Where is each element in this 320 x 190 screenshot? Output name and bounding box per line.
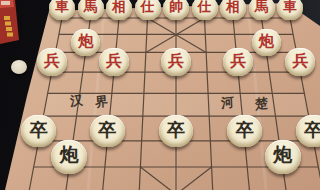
piece-red-soldier[interactable]: 兵 — [285, 48, 315, 76]
piece-black-soldier[interactable]: 卒 — [90, 115, 125, 147]
piece-black-soldier[interactable]: 卒 — [21, 115, 56, 147]
piece-red-cannon[interactable]: 炮 — [71, 29, 100, 56]
piece-red-soldier[interactable]: 兵 — [37, 48, 67, 76]
river-label-char: 界 — [95, 92, 109, 112]
piece-black-soldier[interactable]: 卒 — [227, 115, 262, 147]
stray-piece[interactable] — [11, 60, 27, 74]
piece-red-soldier[interactable]: 兵 — [223, 48, 253, 76]
piece-red-advisor[interactable]: 仕 — [192, 0, 218, 20]
game-box — [0, 0, 19, 44]
piece-red-soldier[interactable]: 兵 — [99, 48, 129, 76]
river-label-char: 河 — [221, 93, 235, 113]
piece-black-cannon[interactable]: 炮 — [51, 140, 87, 174]
river-label-char: 楚 — [255, 94, 269, 114]
piece-red-advisor[interactable]: 仕 — [135, 0, 161, 20]
piece-red-horse[interactable]: 馬 — [249, 0, 275, 20]
piece-black-soldier[interactable]: 卒 — [159, 115, 194, 147]
river-label-char: 汉 — [70, 91, 84, 111]
piece-red-horse[interactable]: 馬 — [78, 0, 104, 20]
piece-red-soldier[interactable]: 兵 — [161, 48, 191, 76]
xiangqi-photo: 汉 界 河 楚 車馬相仕帥仕相馬車炮炮兵兵兵兵兵卒卒卒卒卒炮炮 — [0, 0, 320, 190]
piece-black-cannon[interactable]: 炮 — [265, 140, 301, 174]
piece-black-soldier[interactable]: 卒 — [296, 115, 320, 147]
piece-red-cannon[interactable]: 炮 — [252, 29, 281, 56]
